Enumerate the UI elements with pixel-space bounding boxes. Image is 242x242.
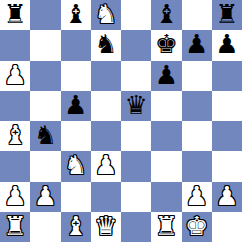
square-h3[interactable]	[212, 151, 242, 181]
square-g7[interactable]: ♟	[182, 30, 212, 60]
white-pawn-icon[interactable]: ♟	[94, 152, 117, 178]
square-e7[interactable]	[121, 30, 151, 60]
white-pawn-icon[interactable]: ♟	[215, 183, 238, 209]
white-pawn-icon[interactable]: ♟	[3, 62, 26, 88]
square-h6[interactable]	[212, 61, 242, 91]
square-c3[interactable]: ♞	[61, 151, 91, 181]
white-king-icon[interactable]: ♚	[185, 213, 208, 239]
square-b3[interactable]	[30, 151, 60, 181]
square-h8[interactable]: ♜	[212, 0, 242, 30]
square-h2[interactable]: ♟	[212, 182, 242, 212]
square-a4[interactable]: ♝	[0, 121, 30, 151]
square-h5[interactable]	[212, 91, 242, 121]
square-g4[interactable]	[182, 121, 212, 151]
square-f4[interactable]	[151, 121, 181, 151]
black-king-icon[interactable]: ♚	[155, 31, 178, 57]
square-g2[interactable]: ♟	[182, 182, 212, 212]
square-a1[interactable]: ♜	[0, 212, 30, 242]
white-bishop-icon[interactable]: ♝	[3, 122, 26, 148]
square-f1[interactable]: ♜	[151, 212, 181, 242]
square-d6[interactable]	[91, 61, 121, 91]
square-g8[interactable]	[182, 0, 212, 30]
white-pawn-icon[interactable]: ♟	[3, 183, 26, 209]
black-pawn-icon[interactable]: ♟	[185, 31, 208, 57]
square-a8[interactable]: ♜	[0, 0, 30, 30]
square-g3[interactable]	[182, 151, 212, 181]
square-a6[interactable]: ♟	[0, 61, 30, 91]
square-h4[interactable]	[212, 121, 242, 151]
square-b4[interactable]: ♞	[30, 121, 60, 151]
white-knight-icon[interactable]: ♞	[64, 152, 87, 178]
square-g1[interactable]: ♚	[182, 212, 212, 242]
square-b6[interactable]	[30, 61, 60, 91]
black-pawn-icon[interactable]: ♟	[215, 31, 238, 57]
square-a3[interactable]	[0, 151, 30, 181]
black-rook-icon[interactable]: ♜	[3, 1, 26, 27]
square-h7[interactable]: ♟	[212, 30, 242, 60]
white-queen-icon[interactable]: ♛	[94, 213, 117, 239]
square-d1[interactable]: ♛	[91, 212, 121, 242]
square-e8[interactable]	[121, 0, 151, 30]
chess-board: ♜♝♞♝♜♞♚♟♟♟♟♟♛♝♞♞♟♟♟♟♟♜♝♛♜♚	[0, 0, 242, 242]
square-c6[interactable]	[61, 61, 91, 91]
square-g5[interactable]	[182, 91, 212, 121]
square-f5[interactable]	[151, 91, 181, 121]
square-e5[interactable]: ♛	[121, 91, 151, 121]
square-d8[interactable]: ♞	[91, 0, 121, 30]
white-pawn-icon[interactable]: ♟	[34, 183, 57, 209]
square-a2[interactable]: ♟	[0, 182, 30, 212]
white-bishop-icon[interactable]: ♝	[64, 213, 87, 239]
square-c1[interactable]: ♝	[61, 212, 91, 242]
square-d5[interactable]	[91, 91, 121, 121]
square-f6[interactable]: ♟	[151, 61, 181, 91]
black-knight-icon[interactable]: ♞	[94, 31, 117, 57]
square-d4[interactable]	[91, 121, 121, 151]
square-c2[interactable]	[61, 182, 91, 212]
square-e2[interactable]	[121, 182, 151, 212]
white-rook-icon[interactable]: ♜	[155, 213, 178, 239]
black-bishop-icon[interactable]: ♝	[155, 1, 178, 27]
square-e4[interactable]	[121, 121, 151, 151]
black-pawn-icon[interactable]: ♟	[64, 92, 87, 118]
square-b7[interactable]	[30, 30, 60, 60]
square-c4[interactable]	[61, 121, 91, 151]
square-g6[interactable]	[182, 61, 212, 91]
white-knight-icon[interactable]: ♞	[94, 1, 117, 27]
black-bishop-icon[interactable]: ♝	[64, 1, 87, 27]
square-d2[interactable]	[91, 182, 121, 212]
square-a7[interactable]	[0, 30, 30, 60]
square-f7[interactable]: ♚	[151, 30, 181, 60]
black-rook-icon[interactable]: ♜	[215, 1, 238, 27]
square-c7[interactable]	[61, 30, 91, 60]
square-b1[interactable]	[30, 212, 60, 242]
black-knight-icon[interactable]: ♞	[34, 122, 57, 148]
square-d3[interactable]: ♟	[91, 151, 121, 181]
white-rook-icon[interactable]: ♜	[3, 213, 26, 239]
square-a5[interactable]	[0, 91, 30, 121]
square-e6[interactable]	[121, 61, 151, 91]
black-pawn-icon[interactable]: ♟	[155, 62, 178, 88]
square-e1[interactable]	[121, 212, 151, 242]
square-e3[interactable]	[121, 151, 151, 181]
square-f3[interactable]	[151, 151, 181, 181]
square-f8[interactable]: ♝	[151, 0, 181, 30]
black-queen-icon[interactable]: ♛	[124, 92, 147, 118]
square-b8[interactable]	[30, 0, 60, 30]
square-b2[interactable]: ♟	[30, 182, 60, 212]
square-h1[interactable]	[212, 212, 242, 242]
square-f2[interactable]	[151, 182, 181, 212]
white-pawn-icon[interactable]: ♟	[185, 183, 208, 209]
square-c8[interactable]: ♝	[61, 0, 91, 30]
square-c5[interactable]: ♟	[61, 91, 91, 121]
square-b5[interactable]	[30, 91, 60, 121]
square-d7[interactable]: ♞	[91, 30, 121, 60]
